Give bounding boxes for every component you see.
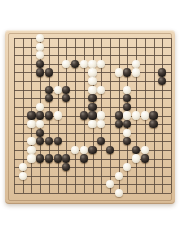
white-stone[interactable] [36,51,44,59]
white-stone[interactable] [71,146,79,154]
black-stone[interactable] [88,146,96,154]
black-stone[interactable] [88,103,96,111]
black-stone[interactable] [123,120,131,128]
black-stone[interactable] [62,154,70,162]
white-stone[interactable] [123,129,131,137]
black-stone[interactable] [115,120,123,128]
product-photo [0,0,180,236]
grid-line-vertical [162,38,163,193]
white-stone[interactable] [80,146,88,154]
black-stone[interactable] [36,60,44,68]
black-stone[interactable] [123,68,131,76]
black-stone[interactable] [97,137,105,145]
black-stone[interactable] [54,137,62,145]
black-stone[interactable] [158,68,166,76]
white-stone[interactable] [54,86,62,94]
black-stone[interactable] [36,154,44,162]
black-stone[interactable] [106,146,114,154]
white-stone[interactable] [62,60,70,68]
black-stone[interactable] [149,120,157,128]
white-stone[interactable] [141,146,149,154]
black-stone[interactable] [36,68,44,76]
black-stone[interactable] [45,86,53,94]
white-stone[interactable] [97,60,105,68]
white-stone[interactable] [80,60,88,68]
grid-line-horizontal [14,193,171,194]
white-stone[interactable] [123,86,131,94]
grid-line-horizontal [14,176,171,177]
black-stone[interactable] [45,154,53,162]
white-stone[interactable] [19,163,27,171]
black-stone[interactable] [36,137,44,145]
white-stone[interactable] [27,146,35,154]
white-stone[interactable] [97,120,105,128]
white-stone[interactable] [115,68,123,76]
white-stone[interactable] [141,111,149,119]
black-stone[interactable] [80,111,88,119]
white-stone[interactable] [36,120,44,128]
black-stone[interactable] [62,86,70,94]
white-stone[interactable] [88,120,96,128]
go-grid [14,38,171,193]
grid-line-horizontal [14,167,171,168]
black-stone[interactable] [115,111,123,119]
white-stone[interactable] [27,154,35,162]
black-stone[interactable] [123,94,131,102]
white-stone[interactable] [132,60,140,68]
white-stone[interactable] [27,120,35,128]
black-stone[interactable] [71,60,79,68]
white-stone[interactable] [132,68,140,76]
white-stone[interactable] [132,111,140,119]
black-stone[interactable] [45,94,53,102]
white-stone[interactable] [88,60,96,68]
black-stone[interactable] [45,137,53,145]
white-stone[interactable] [97,86,105,94]
white-stone[interactable] [36,34,44,42]
black-stone[interactable] [36,111,44,119]
white-stone[interactable] [97,111,105,119]
white-stone[interactable] [88,86,96,94]
white-stone[interactable] [54,111,62,119]
go-board [5,30,175,204]
black-stone[interactable] [149,111,157,119]
black-stone[interactable] [36,129,44,137]
white-stone[interactable] [106,180,114,188]
black-stone[interactable] [141,154,149,162]
black-stone[interactable] [80,154,88,162]
white-stone[interactable] [115,172,123,180]
black-stone[interactable] [27,111,35,119]
black-stone[interactable] [45,68,53,76]
black-stone[interactable] [132,146,140,154]
black-stone[interactable] [62,163,70,171]
grid-line-horizontal [14,184,171,185]
black-stone[interactable] [123,103,131,111]
white-stone[interactable] [19,172,27,180]
black-stone[interactable] [88,111,96,119]
white-stone[interactable] [123,111,131,119]
black-stone[interactable] [158,77,166,85]
white-stone[interactable] [115,189,123,197]
grid-line-vertical [171,38,172,193]
white-stone[interactable] [88,68,96,76]
white-stone[interactable] [27,137,35,145]
grid-line-vertical [110,38,111,193]
black-stone[interactable] [45,111,53,119]
white-stone[interactable] [132,154,140,162]
black-stone[interactable] [123,137,131,145]
white-stone[interactable] [123,163,131,171]
black-stone[interactable] [62,94,70,102]
black-stone[interactable] [54,154,62,162]
white-stone[interactable] [36,103,44,111]
white-stone[interactable] [36,43,44,51]
white-stone[interactable] [88,77,96,85]
black-stone[interactable] [88,94,96,102]
